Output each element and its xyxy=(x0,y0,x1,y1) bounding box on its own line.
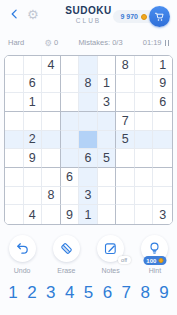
cell-r9c2[interactable]: 4 xyxy=(24,205,43,224)
cell-r7c6[interactable] xyxy=(98,168,117,187)
cell-r3c4[interactable] xyxy=(61,93,80,112)
cell-r6c2[interactable]: 9 xyxy=(24,149,43,168)
shop-button[interactable] xyxy=(149,6,170,27)
cell-r5c6[interactable] xyxy=(98,131,117,150)
cell-r7c9[interactable] xyxy=(153,168,172,187)
status-bar: Hard ⚙ 0 Mistakes: 0/3 01:19 xyxy=(0,35,177,50)
cell-r8c5[interactable]: 3 xyxy=(79,187,98,206)
pause-icon xyxy=(165,40,170,46)
cell-r6c6[interactable]: 5 xyxy=(98,149,117,168)
cell-r3c5[interactable] xyxy=(79,93,98,112)
cell-r9c5[interactable]: 1 xyxy=(79,205,98,224)
cell-r9c8[interactable] xyxy=(135,205,154,224)
cell-r5c3[interactable] xyxy=(42,131,61,150)
cell-r1c4[interactable] xyxy=(61,56,80,75)
shopping-cart-icon xyxy=(154,8,165,26)
cell-r2c4[interactable] xyxy=(61,75,80,94)
undo-button[interactable]: Undo xyxy=(0,235,44,274)
eraser-icon xyxy=(53,235,80,262)
cell-r4c2[interactable] xyxy=(24,112,43,131)
header: ⚙ SUDOKU CLUB 9 970 xyxy=(0,0,177,33)
undo-icon xyxy=(9,235,36,262)
cell-r3c2[interactable]: 1 xyxy=(24,93,43,112)
cell-r3c7[interactable] xyxy=(116,93,135,112)
cell-r3c8[interactable] xyxy=(135,93,154,112)
cell-r1c2[interactable] xyxy=(24,56,43,75)
numpad-1[interactable]: 1 xyxy=(6,283,20,303)
cell-r2c1[interactable] xyxy=(5,75,24,94)
cell-r1c7[interactable]: 8 xyxy=(116,56,135,75)
cell-r2c2[interactable]: 6 xyxy=(24,75,43,94)
cell-r6c3[interactable] xyxy=(42,149,61,168)
hint-coin-icon xyxy=(158,258,163,263)
cell-r2c6[interactable]: 1 xyxy=(98,75,117,94)
erase-button[interactable]: Erase xyxy=(44,235,88,274)
hint-cost-value: 100 xyxy=(146,258,156,264)
undo-label: Undo xyxy=(14,267,31,274)
cell-r8c4[interactable] xyxy=(61,187,80,206)
cell-r1c5[interactable] xyxy=(79,56,98,75)
coin-icon xyxy=(141,14,147,20)
cell-r6c5[interactable]: 6 xyxy=(79,149,98,168)
cell-r7c7[interactable] xyxy=(116,168,135,187)
mistakes-label: Mistakes: 0/3 xyxy=(78,38,122,47)
pause-button[interactable]: 01:19 xyxy=(143,38,169,47)
cell-r5c4[interactable] xyxy=(61,131,80,150)
cell-r4c9[interactable] xyxy=(153,112,172,131)
cell-r3c6[interactable]: 3 xyxy=(98,93,117,112)
score-value: 0 xyxy=(54,38,58,47)
cell-r7c1[interactable] xyxy=(5,168,24,187)
coins-area: 9 970 xyxy=(113,6,170,27)
numpad-4[interactable]: 4 xyxy=(63,283,77,303)
hint-button[interactable]: 100 Hint xyxy=(133,235,177,274)
cell-r3c1[interactable] xyxy=(5,93,24,112)
score-icon: ⚙ xyxy=(44,38,52,48)
cell-r8c3[interactable]: 8 xyxy=(42,187,61,206)
numpad-2[interactable]: 2 xyxy=(25,283,39,303)
notes-button[interactable]: off Notes xyxy=(89,235,133,274)
cell-r8c1[interactable] xyxy=(5,187,24,206)
cell-r4c8[interactable] xyxy=(135,112,154,131)
cell-r7c8[interactable] xyxy=(135,168,154,187)
timer-label: 01:19 xyxy=(143,38,162,47)
notes-off-badge: off xyxy=(118,256,131,264)
cell-r4c3[interactable] xyxy=(42,112,61,131)
sudoku-app: ⚙ SUDOKU CLUB 9 970 Hard ⚙ 0 Mistakes: 0… xyxy=(0,0,177,315)
cell-r2c9[interactable]: 9 xyxy=(153,75,172,94)
cell-r9c9[interactable]: 3 xyxy=(153,205,172,224)
cell-r7c2[interactable] xyxy=(24,168,43,187)
numpad-5[interactable]: 5 xyxy=(82,283,96,303)
cell-r1c8[interactable] xyxy=(135,56,154,75)
cell-r6c8[interactable] xyxy=(135,149,154,168)
cell-r9c4[interactable]: 9 xyxy=(61,205,80,224)
toolbar: Undo Erase off Notes 100 Hint xyxy=(0,235,177,274)
cell-r3c3[interactable] xyxy=(42,93,61,112)
numpad-9[interactable]: 9 xyxy=(157,283,171,303)
cell-r8c6[interactable] xyxy=(98,187,117,206)
cell-r3c9[interactable]: 6 xyxy=(153,93,172,112)
cell-r4c5[interactable] xyxy=(79,112,98,131)
cell-r5c1[interactable] xyxy=(5,131,24,150)
cell-r8c9[interactable] xyxy=(153,187,172,206)
numpad-6[interactable]: 6 xyxy=(100,283,114,303)
hint-label: Hint xyxy=(149,267,161,274)
sudoku-board: 48168191367259656834913 xyxy=(4,55,173,225)
cell-r7c3[interactable] xyxy=(42,168,61,187)
cell-r7c4[interactable]: 6 xyxy=(61,168,80,187)
cell-r2c3[interactable] xyxy=(42,75,61,94)
cell-r2c7[interactable] xyxy=(116,75,135,94)
notes-label: Notes xyxy=(101,267,119,274)
cell-r1c6[interactable] xyxy=(98,56,117,75)
cell-r4c1[interactable] xyxy=(5,112,24,131)
cell-r6c7[interactable] xyxy=(116,149,135,168)
hint-cost-badge: 100 xyxy=(143,256,166,265)
difficulty-label: Hard xyxy=(8,38,24,47)
cell-r6c9[interactable] xyxy=(153,149,172,168)
cell-r9c3[interactable] xyxy=(42,205,61,224)
coin-balance: 9 970 xyxy=(120,13,138,20)
cell-r1c3[interactable]: 4 xyxy=(42,56,61,75)
cell-r2c5[interactable]: 8 xyxy=(79,75,98,94)
cell-r9c1[interactable] xyxy=(5,205,24,224)
cell-r4c6[interactable] xyxy=(98,112,117,131)
cell-r5c8[interactable] xyxy=(135,131,154,150)
cell-r2c8[interactable] xyxy=(135,75,154,94)
cell-r7c5[interactable] xyxy=(79,168,98,187)
cell-r5c2[interactable]: 2 xyxy=(24,131,43,150)
cell-r4c4[interactable] xyxy=(61,112,80,131)
cell-r8c8[interactable] xyxy=(135,187,154,206)
cell-r1c9[interactable]: 1 xyxy=(153,56,172,75)
score-group: ⚙ 0 xyxy=(44,38,58,48)
cell-r1c1[interactable] xyxy=(5,56,24,75)
cell-r4c7[interactable]: 7 xyxy=(116,112,135,131)
cell-r6c1[interactable] xyxy=(5,149,24,168)
cell-r5c9[interactable] xyxy=(153,131,172,150)
numpad-3[interactable]: 3 xyxy=(44,283,58,303)
cell-r6c4[interactable] xyxy=(61,149,80,168)
erase-label: Erase xyxy=(57,267,75,274)
numpad-8[interactable]: 8 xyxy=(138,283,152,303)
cell-r8c2[interactable] xyxy=(24,187,43,206)
cell-r5c7[interactable]: 5 xyxy=(116,131,135,150)
cell-r9c7[interactable] xyxy=(116,205,135,224)
cell-r5c5[interactable] xyxy=(79,131,98,150)
cell-r8c7[interactable] xyxy=(116,187,135,206)
numpad-7[interactable]: 7 xyxy=(119,283,133,303)
cell-r9c6[interactable] xyxy=(98,205,117,224)
numpad: 123456789 xyxy=(0,283,177,303)
